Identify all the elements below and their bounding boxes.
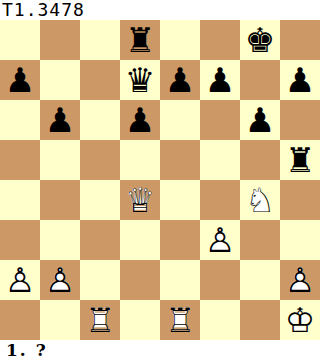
piece-white-pawn: ♟♙	[285, 260, 315, 300]
piece-black-pawn: ♟	[45, 100, 75, 140]
board-square-c2[interactable]	[80, 260, 120, 300]
board-square-c6[interactable]	[80, 100, 120, 140]
board-square-b2[interactable]: ♟♙	[40, 260, 80, 300]
piece-black-pawn: ♟	[165, 60, 195, 100]
piece-white-king: ♚♔	[285, 300, 315, 340]
board-square-d5[interactable]	[120, 140, 160, 180]
board-square-c8[interactable]	[80, 20, 120, 60]
board-square-b8[interactable]	[40, 20, 80, 60]
board-square-g7[interactable]	[240, 60, 280, 100]
board-square-h7[interactable]: ♟	[280, 60, 320, 100]
board-square-a6[interactable]	[0, 100, 40, 140]
board-square-h3[interactable]	[280, 220, 320, 260]
board-square-d6[interactable]: ♟	[120, 100, 160, 140]
piece-white-rook: ♜♖	[85, 300, 115, 340]
chess-board: ♜♚♟♛♟♟♟♟♟♟♜♛♕♞♘♟♙♟♙♟♙♟♙♜♖♜♖♚♔	[0, 20, 320, 340]
board-square-f4[interactable]	[200, 180, 240, 220]
piece-black-pawn: ♟	[205, 60, 235, 100]
board-square-e6[interactable]	[160, 100, 200, 140]
board-square-f5[interactable]	[200, 140, 240, 180]
board-square-g5[interactable]	[240, 140, 280, 180]
piece-black-rook: ♜	[125, 20, 155, 60]
board-square-g6[interactable]: ♟	[240, 100, 280, 140]
board-square-h5[interactable]: ♜	[280, 140, 320, 180]
piece-white-rook: ♜♖	[165, 300, 195, 340]
board-square-a7[interactable]: ♟	[0, 60, 40, 100]
board-square-b1[interactable]	[40, 300, 80, 340]
board-square-g2[interactable]	[240, 260, 280, 300]
board-square-h6[interactable]	[280, 100, 320, 140]
board-square-g8[interactable]: ♚	[240, 20, 280, 60]
piece-white-pawn: ♟♙	[5, 260, 35, 300]
chess-trainer-window: T1.3478 ♜♚♟♛♟♟♟♟♟♟♜♛♕♞♘♟♙♟♙♟♙♟♙♜♖♜♖♚♔ 1.…	[0, 0, 320, 360]
board-square-c1[interactable]: ♜♖	[80, 300, 120, 340]
piece-black-pawn: ♟	[245, 100, 275, 140]
board-square-c5[interactable]	[80, 140, 120, 180]
board-square-f1[interactable]	[200, 300, 240, 340]
board-square-a3[interactable]	[0, 220, 40, 260]
board-square-h2[interactable]: ♟♙	[280, 260, 320, 300]
board-square-b5[interactable]	[40, 140, 80, 180]
board-square-e4[interactable]	[160, 180, 200, 220]
piece-black-pawn: ♟	[5, 60, 35, 100]
board-square-e5[interactable]	[160, 140, 200, 180]
board-square-c4[interactable]	[80, 180, 120, 220]
board-square-d2[interactable]	[120, 260, 160, 300]
board-square-d1[interactable]	[120, 300, 160, 340]
piece-black-rook: ♜	[285, 140, 315, 180]
board-square-d3[interactable]	[120, 220, 160, 260]
board-square-b3[interactable]	[40, 220, 80, 260]
board-square-e3[interactable]	[160, 220, 200, 260]
board-square-d8[interactable]: ♜	[120, 20, 160, 60]
board-square-g3[interactable]	[240, 220, 280, 260]
board-square-e2[interactable]	[160, 260, 200, 300]
board-square-a1[interactable]	[0, 300, 40, 340]
piece-black-pawn: ♟	[285, 60, 315, 100]
board-square-b7[interactable]	[40, 60, 80, 100]
board-square-a5[interactable]	[0, 140, 40, 180]
board-square-a8[interactable]	[0, 20, 40, 60]
board-square-d4[interactable]: ♛♕	[120, 180, 160, 220]
board-square-e8[interactable]	[160, 20, 200, 60]
board-square-b6[interactable]: ♟	[40, 100, 80, 140]
board-square-f6[interactable]	[200, 100, 240, 140]
board-square-f8[interactable]	[200, 20, 240, 60]
piece-black-king: ♚	[245, 20, 275, 60]
move-prompt: 1. ?	[0, 340, 320, 360]
board-square-d7[interactable]: ♛	[120, 60, 160, 100]
board-square-c7[interactable]	[80, 60, 120, 100]
board-square-c3[interactable]	[80, 220, 120, 260]
puzzle-id-label: T1.3478	[0, 0, 320, 20]
piece-black-queen: ♛	[125, 60, 155, 100]
board-square-e1[interactable]: ♜♖	[160, 300, 200, 340]
board-square-f7[interactable]: ♟	[200, 60, 240, 100]
board-square-h4[interactable]	[280, 180, 320, 220]
board-square-h1[interactable]: ♚♔	[280, 300, 320, 340]
board-square-h8[interactable]	[280, 20, 320, 60]
board-square-g1[interactable]	[240, 300, 280, 340]
board-square-f3[interactable]: ♟♙	[200, 220, 240, 260]
piece-white-queen: ♛♕	[125, 180, 155, 220]
board-square-g4[interactable]: ♞♘	[240, 180, 280, 220]
board-square-f2[interactable]	[200, 260, 240, 300]
piece-white-pawn: ♟♙	[45, 260, 75, 300]
piece-white-pawn: ♟♙	[205, 220, 235, 260]
board-square-e7[interactable]: ♟	[160, 60, 200, 100]
piece-white-knight: ♞♘	[245, 180, 275, 220]
board-square-a4[interactable]	[0, 180, 40, 220]
piece-black-pawn: ♟	[125, 100, 155, 140]
board-square-b4[interactable]	[40, 180, 80, 220]
board-square-a2[interactable]: ♟♙	[0, 260, 40, 300]
